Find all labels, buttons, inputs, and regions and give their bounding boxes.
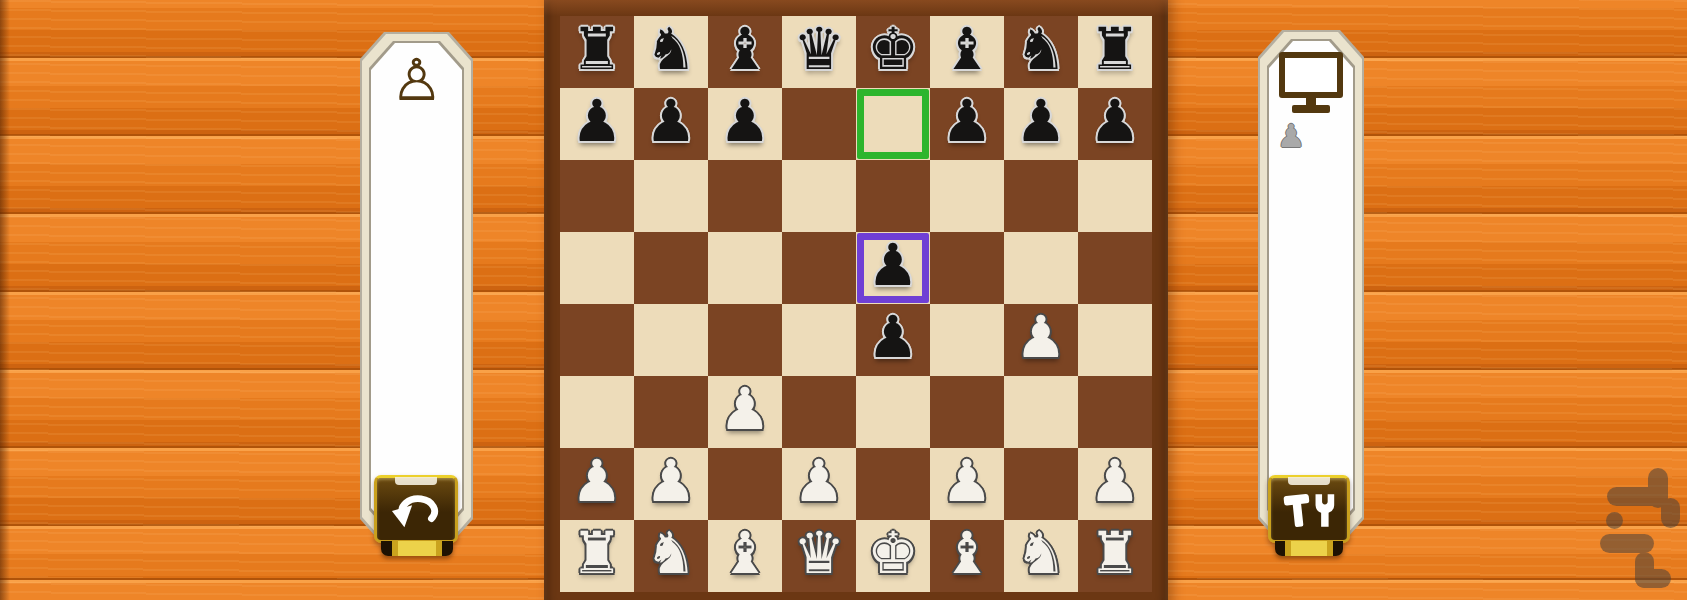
piece-white-pawn[interactable]: ♟ <box>782 444 856 516</box>
square-f3[interactable] <box>930 376 1004 448</box>
square-a7[interactable]: ♟ <box>560 88 634 160</box>
square-e7[interactable] <box>856 88 930 160</box>
square-d6[interactable] <box>782 160 856 232</box>
piece-white-pawn[interactable]: ♟ <box>708 372 782 444</box>
square-h6[interactable] <box>1078 160 1152 232</box>
square-c1[interactable]: ♝ <box>708 520 782 592</box>
piece-white-knight[interactable]: ♞ <box>634 516 708 588</box>
square-b8[interactable]: ♞ <box>634 16 708 88</box>
chess-board: ♜♞♝♛♚♝♞♜♟♟♟♟♟♟♟♟♟♟♟♟♟♟♟♜♞♝♛♚♝♞♜ <box>560 16 1152 592</box>
square-g2[interactable] <box>1004 448 1078 520</box>
square-h2[interactable]: ♟ <box>1078 448 1152 520</box>
undo-arrow-icon <box>389 487 443 533</box>
square-a4[interactable] <box>560 304 634 376</box>
piece-white-bishop[interactable]: ♝ <box>930 516 1004 588</box>
square-b6[interactable] <box>634 160 708 232</box>
logo-bar <box>1661 498 1680 528</box>
left-panel-feet <box>381 541 453 556</box>
square-b3[interactable] <box>634 376 708 448</box>
right-panel-feet <box>1275 541 1343 556</box>
square-e8[interactable]: ♚ <box>856 16 930 88</box>
square-e5[interactable]: ♟ <box>856 232 930 304</box>
undo-button[interactable] <box>374 475 458 543</box>
piece-white-pawn[interactable]: ♟ <box>930 444 1004 516</box>
square-g3[interactable] <box>1004 376 1078 448</box>
square-f5[interactable] <box>930 232 1004 304</box>
logo-bar <box>1607 487 1663 506</box>
piece-black-pawn[interactable]: ♟ <box>856 228 930 300</box>
piece-black-rook[interactable]: ♜ <box>1078 12 1152 84</box>
piece-black-queen[interactable]: ♛ <box>782 12 856 84</box>
square-f6[interactable] <box>930 160 1004 232</box>
square-e4[interactable]: ♟ <box>856 304 930 376</box>
piece-white-rook[interactable]: ♜ <box>560 516 634 588</box>
square-a6[interactable] <box>560 160 634 232</box>
watermark-logo <box>1598 462 1686 596</box>
piece-black-pawn[interactable]: ♟ <box>560 84 634 156</box>
left-edge-shadow <box>0 0 10 600</box>
square-h3[interactable] <box>1078 376 1152 448</box>
square-d7[interactable] <box>782 88 856 160</box>
square-g8[interactable]: ♞ <box>1004 16 1078 88</box>
piece-black-bishop[interactable]: ♝ <box>708 12 782 84</box>
button-notch <box>395 477 437 485</box>
square-c6[interactable] <box>708 160 782 232</box>
square-a1[interactable]: ♜ <box>560 520 634 592</box>
settings-button[interactable] <box>1268 475 1350 543</box>
piece-black-bishop[interactable]: ♝ <box>930 12 1004 84</box>
square-h1[interactable]: ♜ <box>1078 520 1152 592</box>
hammer-wrench-icon <box>1281 489 1337 531</box>
square-g6[interactable] <box>1004 160 1078 232</box>
highlight-move-from <box>857 89 929 159</box>
square-a3[interactable] <box>560 376 634 448</box>
piece-white-king[interactable]: ♚ <box>856 516 930 588</box>
game-screen: ♜♞♝♛♚♝♞♜♟♟♟♟♟♟♟♟♟♟♟♟♟♟♟♜♞♝♛♚♝♞♜ ♙ ♟ <box>0 0 1687 600</box>
computer-monitor-icon <box>1279 52 1343 98</box>
piece-black-king[interactable]: ♚ <box>856 12 930 84</box>
square-d1[interactable]: ♛ <box>782 520 856 592</box>
square-g7[interactable]: ♟ <box>1004 88 1078 160</box>
square-e2[interactable] <box>856 448 930 520</box>
square-a5[interactable] <box>560 232 634 304</box>
square-b7[interactable]: ♟ <box>634 88 708 160</box>
square-c4[interactable] <box>708 304 782 376</box>
square-e6[interactable] <box>856 160 930 232</box>
square-d3[interactable] <box>782 376 856 448</box>
piece-black-pawn[interactable]: ♟ <box>1004 84 1078 156</box>
piece-black-rook[interactable]: ♜ <box>560 12 634 84</box>
piece-black-pawn[interactable]: ♟ <box>856 300 930 372</box>
piece-white-bishop[interactable]: ♝ <box>708 516 782 588</box>
piece-white-pawn[interactable]: ♟ <box>1078 444 1152 516</box>
square-f8[interactable]: ♝ <box>930 16 1004 88</box>
square-f1[interactable]: ♝ <box>930 520 1004 592</box>
computer-monitor-icon-base <box>1292 105 1330 113</box>
square-c8[interactable]: ♝ <box>708 16 782 88</box>
square-b1[interactable]: ♞ <box>634 520 708 592</box>
piece-black-knight[interactable]: ♞ <box>1004 12 1078 84</box>
square-b4[interactable] <box>634 304 708 376</box>
square-g5[interactable] <box>1004 232 1078 304</box>
piece-black-pawn[interactable]: ♟ <box>1078 84 1152 156</box>
logo-dot <box>1606 512 1623 529</box>
captured-white-pawn-icon: ♟ <box>1267 116 1315 156</box>
square-h4[interactable] <box>1078 304 1152 376</box>
piece-black-knight[interactable]: ♞ <box>634 12 708 84</box>
piece-white-pawn[interactable]: ♟ <box>560 444 634 516</box>
square-c5[interactable] <box>708 232 782 304</box>
piece-white-rook[interactable]: ♜ <box>1078 516 1152 588</box>
square-e3[interactable] <box>856 376 930 448</box>
square-b5[interactable] <box>634 232 708 304</box>
left-player-panel: ♙ <box>360 32 473 546</box>
square-g4[interactable]: ♟ <box>1004 304 1078 376</box>
square-e1[interactable]: ♚ <box>856 520 930 592</box>
right-player-panel: ♟ <box>1258 30 1364 546</box>
left-panel-face <box>371 43 462 535</box>
square-d8[interactable]: ♛ <box>782 16 856 88</box>
square-d2[interactable]: ♟ <box>782 448 856 520</box>
piece-white-pawn[interactable]: ♟ <box>634 444 708 516</box>
piece-white-knight[interactable]: ♞ <box>1004 516 1078 588</box>
piece-black-pawn[interactable]: ♟ <box>930 84 1004 156</box>
square-d4[interactable] <box>782 304 856 376</box>
square-c2[interactable] <box>708 448 782 520</box>
square-c7[interactable]: ♟ <box>708 88 782 160</box>
square-h8[interactable]: ♜ <box>1078 16 1152 88</box>
computer-monitor-icon-stem <box>1306 96 1316 105</box>
square-c3[interactable]: ♟ <box>708 376 782 448</box>
logo-bar <box>1600 534 1654 553</box>
piece-white-pawn[interactable]: ♟ <box>1004 300 1078 372</box>
square-a2[interactable]: ♟ <box>560 448 634 520</box>
player-pawn-icon: ♙ <box>360 50 473 110</box>
square-b2[interactable]: ♟ <box>634 448 708 520</box>
square-a8[interactable]: ♜ <box>560 16 634 88</box>
square-f7[interactable]: ♟ <box>930 88 1004 160</box>
square-f4[interactable] <box>930 304 1004 376</box>
square-h5[interactable] <box>1078 232 1152 304</box>
piece-black-pawn[interactable]: ♟ <box>634 84 708 156</box>
square-h7[interactable]: ♟ <box>1078 88 1152 160</box>
square-f2[interactable]: ♟ <box>930 448 1004 520</box>
square-d5[interactable] <box>782 232 856 304</box>
button-notch <box>1288 477 1330 485</box>
logo-bar <box>1635 569 1671 588</box>
piece-white-queen[interactable]: ♛ <box>782 516 856 588</box>
square-g1[interactable]: ♞ <box>1004 520 1078 592</box>
piece-black-pawn[interactable]: ♟ <box>708 84 782 156</box>
